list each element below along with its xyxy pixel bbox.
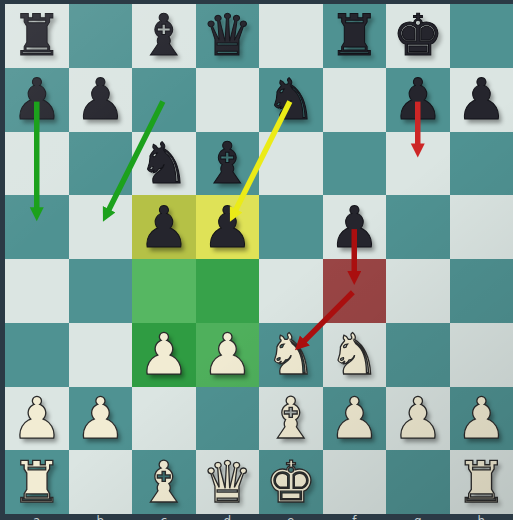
piece-white-pawn-c3[interactable]: ♟ (138, 323, 189, 386)
square-b8[interactable] (69, 4, 133, 68)
file-label-h: h (450, 514, 513, 520)
square-a2[interactable]: ♟ (5, 387, 69, 451)
square-b7[interactable]: ♟ (69, 68, 133, 132)
piece-white-pawn-d3[interactable]: ♟ (202, 323, 253, 386)
piece-white-pawn-f2[interactable]: ♟ (329, 387, 380, 450)
square-f7[interactable] (323, 68, 387, 132)
file-coordinates: abcdefgh (5, 514, 513, 520)
piece-black-pawn-d5[interactable]: ♟ (202, 196, 253, 259)
square-g7[interactable]: ♟ (386, 68, 450, 132)
piece-white-knight-f3[interactable]: ♞ (329, 323, 380, 386)
piece-black-pawn-a7[interactable]: ♟ (11, 68, 62, 131)
piece-white-rook-a1[interactable]: ♜ (11, 451, 62, 514)
piece-black-pawn-c5[interactable]: ♟ (138, 196, 189, 259)
piece-black-pawn-g7[interactable]: ♟ (392, 68, 443, 131)
square-d1[interactable]: ♛ (196, 450, 260, 514)
piece-white-knight-e3[interactable]: ♞ (265, 323, 316, 386)
square-b5[interactable] (69, 195, 133, 259)
piece-white-pawn-b2[interactable]: ♟ (75, 387, 126, 450)
square-e4[interactable] (259, 259, 323, 323)
square-d3[interactable]: ♟ (196, 323, 260, 387)
square-h4[interactable] (450, 259, 513, 323)
square-c3[interactable]: ♟ (132, 323, 196, 387)
piece-black-knight-e7[interactable]: ♞ (265, 68, 316, 131)
square-b6[interactable] (69, 132, 133, 196)
square-h7[interactable]: ♟ (450, 68, 513, 132)
piece-black-rook-a8[interactable]: ♜ (11, 4, 62, 67)
square-f2[interactable]: ♟ (323, 387, 387, 451)
square-g6[interactable] (386, 132, 450, 196)
square-f3[interactable]: ♞ (323, 323, 387, 387)
square-e8[interactable] (259, 4, 323, 68)
square-e6[interactable] (259, 132, 323, 196)
square-g2[interactable]: ♟ (386, 387, 450, 451)
file-label-d: d (196, 514, 260, 520)
square-b4[interactable] (69, 259, 133, 323)
piece-white-bishop-e2[interactable]: ♝ (265, 387, 316, 450)
square-h5[interactable] (450, 195, 513, 259)
square-h2[interactable]: ♟ (450, 387, 513, 451)
square-e5[interactable] (259, 195, 323, 259)
square-e7[interactable]: ♞ (259, 68, 323, 132)
square-c5[interactable]: ♟ (132, 195, 196, 259)
square-h8[interactable] (450, 4, 513, 68)
piece-white-bishop-c1[interactable]: ♝ (138, 451, 189, 514)
piece-black-king-g8[interactable]: ♚ (392, 4, 443, 67)
square-d4[interactable] (196, 259, 260, 323)
square-d2[interactable] (196, 387, 260, 451)
square-g1[interactable] (386, 450, 450, 514)
piece-white-king-e1[interactable]: ♚ (265, 451, 316, 514)
square-g8[interactable]: ♚ (386, 4, 450, 68)
square-h3[interactable] (450, 323, 513, 387)
square-a4[interactable] (5, 259, 69, 323)
file-label-e: e (259, 514, 323, 520)
square-h6[interactable] (450, 132, 513, 196)
piece-white-pawn-g2[interactable]: ♟ (392, 387, 443, 450)
square-g4[interactable] (386, 259, 450, 323)
chess-analysis-panel: ♜♝♛♜♚♟♟♞♟♟♞♝♟♟♟♟♟♞♞♟♟♝♟♟♟♜♝♛♚♜ abcdefgh (0, 0, 513, 520)
square-c1[interactable]: ♝ (132, 450, 196, 514)
square-e3[interactable]: ♞ (259, 323, 323, 387)
piece-black-bishop-d6[interactable]: ♝ (202, 132, 253, 195)
chess-board: ♜♝♛♜♚♟♟♞♟♟♞♝♟♟♟♟♟♞♞♟♟♝♟♟♟♜♝♛♚♜ (5, 4, 513, 514)
piece-black-queen-d8[interactable]: ♛ (202, 4, 253, 67)
piece-black-pawn-b7[interactable]: ♟ (75, 68, 126, 131)
square-d5[interactable]: ♟ (196, 195, 260, 259)
square-f1[interactable] (323, 450, 387, 514)
square-f5[interactable]: ♟ (323, 195, 387, 259)
square-f4[interactable] (323, 259, 387, 323)
piece-white-rook-h1[interactable]: ♜ (456, 451, 507, 514)
square-g5[interactable] (386, 195, 450, 259)
square-b2[interactable]: ♟ (69, 387, 133, 451)
piece-black-pawn-h7[interactable]: ♟ (456, 68, 507, 131)
file-label-b: b (69, 514, 133, 520)
square-a7[interactable]: ♟ (5, 68, 69, 132)
square-f6[interactable] (323, 132, 387, 196)
square-a6[interactable] (5, 132, 69, 196)
square-b1[interactable] (69, 450, 133, 514)
piece-black-bishop-c8[interactable]: ♝ (138, 4, 189, 67)
piece-white-queen-d1[interactable]: ♛ (202, 451, 253, 514)
square-a1[interactable]: ♜ (5, 450, 69, 514)
square-d8[interactable]: ♛ (196, 4, 260, 68)
piece-black-rook-f8[interactable]: ♜ (329, 4, 380, 67)
square-d6[interactable]: ♝ (196, 132, 260, 196)
file-label-a: a (5, 514, 69, 520)
square-c2[interactable] (132, 387, 196, 451)
piece-black-pawn-f5[interactable]: ♟ (329, 196, 380, 259)
square-a5[interactable] (5, 195, 69, 259)
piece-white-pawn-a2[interactable]: ♟ (11, 387, 62, 450)
square-d7[interactable] (196, 68, 260, 132)
square-c8[interactable]: ♝ (132, 4, 196, 68)
square-e1[interactable]: ♚ (259, 450, 323, 514)
piece-black-knight-c6[interactable]: ♞ (138, 132, 189, 195)
square-g3[interactable] (386, 323, 450, 387)
square-c6[interactable]: ♞ (132, 132, 196, 196)
square-a8[interactable]: ♜ (5, 4, 69, 68)
file-label-c: c (132, 514, 196, 520)
square-h1[interactable]: ♜ (450, 450, 513, 514)
file-label-g: g (386, 514, 450, 520)
square-e2[interactable]: ♝ (259, 387, 323, 451)
file-label-f: f (323, 514, 387, 520)
square-b3[interactable] (69, 323, 133, 387)
piece-white-pawn-h2[interactable]: ♟ (456, 387, 507, 450)
square-f8[interactable]: ♜ (323, 4, 387, 68)
square-c7[interactable] (132, 68, 196, 132)
square-a3[interactable] (5, 323, 69, 387)
square-c4[interactable] (132, 259, 196, 323)
